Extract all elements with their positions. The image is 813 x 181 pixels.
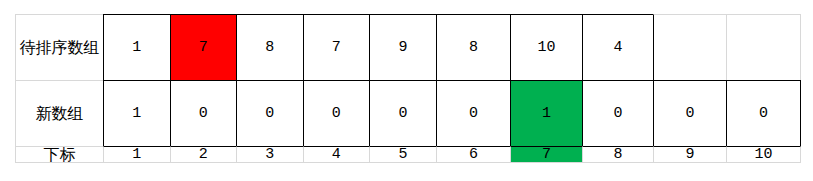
row-label-new-array: 新数组 [15, 80, 103, 146]
count-cell-4: 0 [303, 80, 370, 146]
count-cell-10: 0 [726, 80, 801, 146]
index-cell-1: 1 [103, 146, 170, 163]
row-label-source-array: 待排序数组 [15, 14, 103, 80]
count-cell-9: 0 [653, 80, 726, 146]
index-cell-4: 4 [303, 146, 370, 163]
page: { "game": "counting-sort-visualization",… [0, 0, 813, 181]
array-cell-5: 9 [369, 14, 436, 80]
index-cell-10: 10 [726, 146, 801, 163]
index-cell-6: 6 [436, 146, 510, 163]
count-cell-2: 0 [170, 80, 237, 146]
count-cell-6: 0 [436, 80, 510, 146]
count-cell-5: 0 [369, 80, 436, 146]
index-cell-3: 3 [236, 146, 303, 163]
row-label-index: 下标 [15, 146, 103, 163]
array-cell-7: 10 [510, 14, 582, 80]
index-cell-7-highlight-green: 7 [510, 146, 582, 163]
array-cell-8: 4 [582, 14, 653, 80]
index-cell-9: 9 [653, 146, 726, 163]
array-cell-1: 1 [103, 14, 170, 80]
array-cell-9-empty [653, 14, 726, 80]
array-cell-6: 8 [436, 14, 510, 80]
array-cell-2-highlight-red: 7 [170, 14, 237, 80]
count-cell-8: 0 [582, 80, 653, 146]
array-cell-3: 8 [236, 14, 303, 80]
count-cell-3: 0 [236, 80, 303, 146]
array-cell-10-empty [726, 14, 801, 80]
count-cell-1: 1 [103, 80, 170, 146]
index-cell-5: 5 [369, 146, 436, 163]
array-cell-4: 7 [303, 14, 370, 80]
count-cell-7-highlight-green: 1 [510, 80, 582, 146]
index-cell-2: 2 [170, 146, 237, 163]
counting-sort-table: 待排序数组 1 7 8 7 9 8 10 4 新数组 1 0 0 0 0 0 1… [15, 14, 801, 163]
index-cell-8: 8 [582, 146, 653, 163]
